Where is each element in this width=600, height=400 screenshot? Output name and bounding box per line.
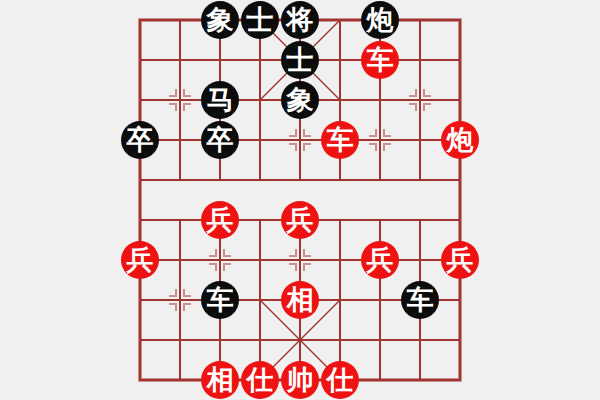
- piece-black-elephant[interactable]: 象: [281, 81, 319, 119]
- piece-black-pawn[interactable]: 卒: [201, 121, 239, 159]
- piece-red-advisor[interactable]: 仕: [321, 361, 359, 399]
- piece-red-chariot[interactable]: 车: [361, 41, 399, 79]
- piece-red-elephant[interactable]: 相: [281, 281, 319, 319]
- piece-black-general[interactable]: 将: [281, 1, 319, 39]
- piece-red-pawn[interactable]: 兵: [441, 241, 479, 279]
- piece-red-pawn[interactable]: 兵: [281, 201, 319, 239]
- piece-black-chariot[interactable]: 车: [401, 281, 439, 319]
- piece-red-elephant[interactable]: 相: [201, 361, 239, 399]
- piece-red-pawn[interactable]: 兵: [361, 241, 399, 279]
- piece-red-pawn[interactable]: 兵: [201, 201, 239, 239]
- xiangqi-diagram: 象士将炮士车马象卒卒车炮兵兵兵兵兵车相车相仕帅仕: [0, 0, 600, 400]
- piece-black-cannon[interactable]: 炮: [361, 1, 399, 39]
- piece-red-cannon[interactable]: 炮: [441, 121, 479, 159]
- piece-black-advisor[interactable]: 士: [281, 41, 319, 79]
- piece-red-pawn[interactable]: 兵: [121, 241, 159, 279]
- piece-red-king[interactable]: 帅: [281, 361, 319, 399]
- piece-black-pawn[interactable]: 卒: [121, 121, 159, 159]
- pieces-grid: 象士将炮士车马象卒卒车炮兵兵兵兵兵车相车相仕帅仕: [120, 0, 480, 400]
- piece-black-chariot[interactable]: 车: [201, 281, 239, 319]
- piece-red-chariot[interactable]: 车: [321, 121, 359, 159]
- piece-black-horse[interactable]: 马: [201, 81, 239, 119]
- piece-black-elephant[interactable]: 象: [201, 1, 239, 39]
- piece-red-advisor[interactable]: 仕: [241, 361, 279, 399]
- piece-black-advisor[interactable]: 士: [241, 1, 279, 39]
